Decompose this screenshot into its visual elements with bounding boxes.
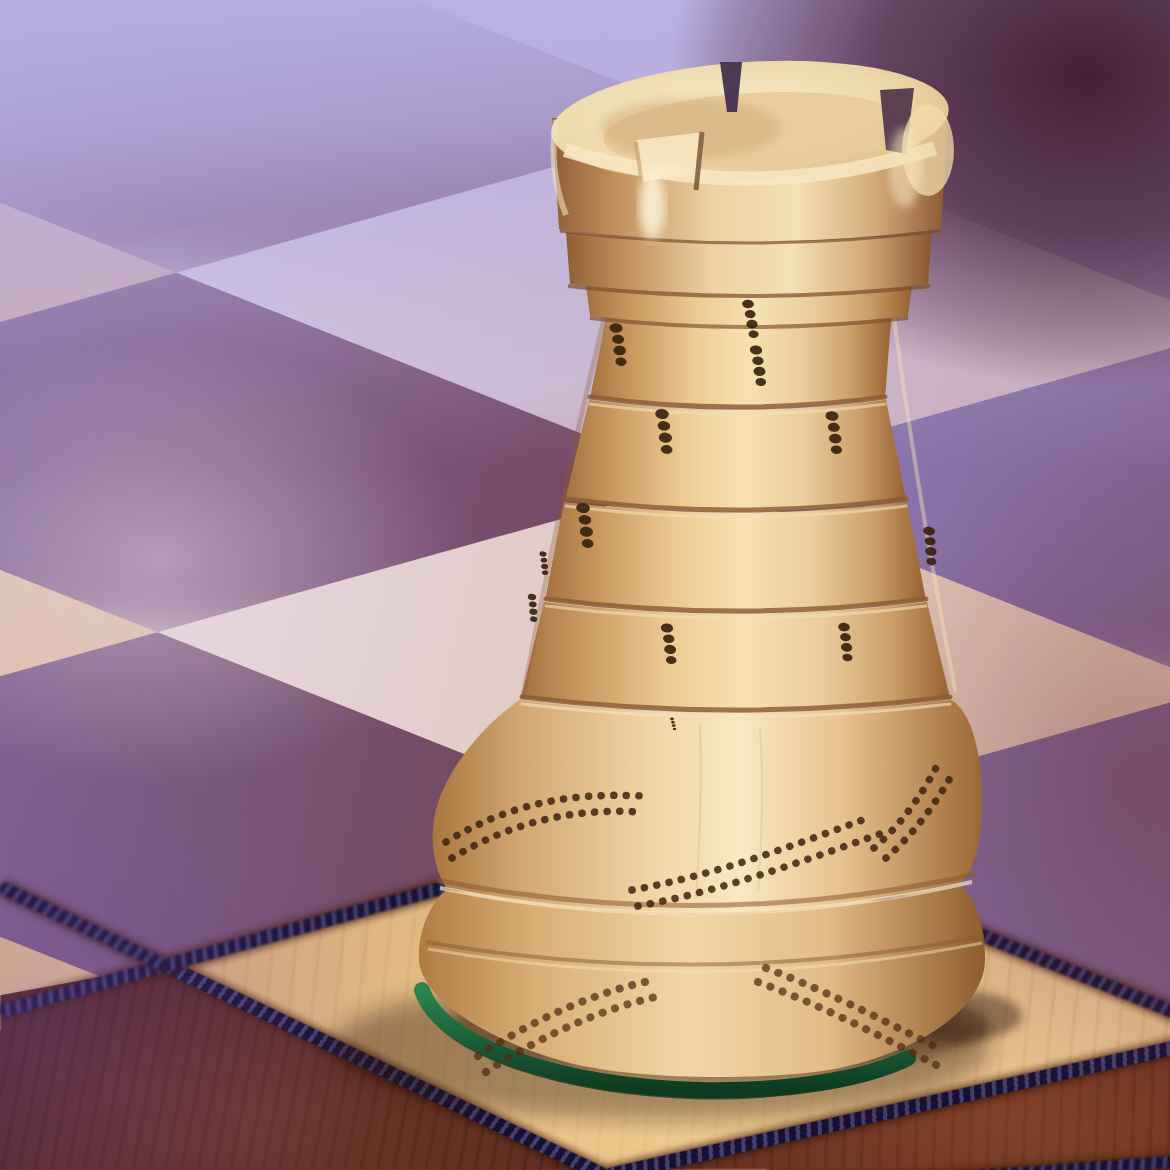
- chessboard-macro-photo: Extreme close-up photograph of a carved …: [0, 0, 1170, 1170]
- rook-crown: [548, 50, 954, 242]
- white-rook-piece: [0, 0, 1170, 1170]
